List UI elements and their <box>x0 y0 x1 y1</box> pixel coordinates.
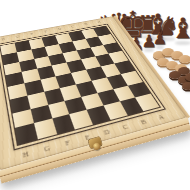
draughts-disc-dark[interactable] <box>182 82 190 90</box>
clasp-knob <box>92 142 101 151</box>
draughts-disc-light[interactable] <box>179 55 190 63</box>
chess-set-photo: ♞♛♚♜♝♞♝♟♟♟♟♟ HGFEDCBA HGFEDCBA <box>0 0 190 190</box>
draughts-disc-dark[interactable] <box>185 73 190 81</box>
